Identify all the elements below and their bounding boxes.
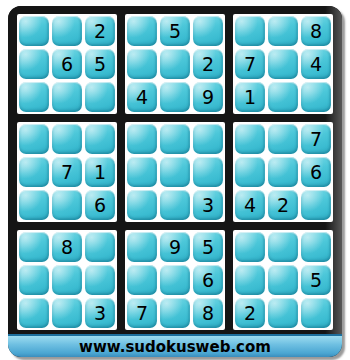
cell-r5c6[interactable]: [193, 157, 223, 187]
cell-r4c7[interactable]: [235, 124, 265, 154]
cell-r9c1[interactable]: [19, 298, 49, 328]
cell-r2c6[interactable]: 2: [193, 49, 223, 79]
box-2-2: 3: [125, 122, 225, 222]
cell-r4c6[interactable]: [193, 124, 223, 154]
cell-r1c5[interactable]: 5: [160, 16, 190, 46]
cell-r3c6[interactable]: 9: [193, 82, 223, 112]
cell-r3c1[interactable]: [19, 82, 49, 112]
cell-r2c7[interactable]: 7: [235, 49, 265, 79]
cell-r3c4[interactable]: 4: [127, 82, 157, 112]
cell-r4c3[interactable]: [85, 124, 115, 154]
cell-r3c2[interactable]: [52, 82, 82, 112]
cell-r4c2[interactable]: [52, 124, 82, 154]
cell-r5c3[interactable]: 1: [85, 157, 115, 187]
box-1-1: 265: [17, 14, 117, 114]
cell-r5c5[interactable]: [160, 157, 190, 187]
cell-r8c7[interactable]: [235, 265, 265, 295]
cell-r9c7[interactable]: 2: [235, 298, 265, 328]
cell-r4c4[interactable]: [127, 124, 157, 154]
cell-r1c2[interactable]: [52, 16, 82, 46]
cell-r9c4[interactable]: 7: [127, 298, 157, 328]
cell-r4c5[interactable]: [160, 124, 190, 154]
cell-r6c1[interactable]: [19, 190, 49, 220]
cell-r3c5[interactable]: [160, 82, 190, 112]
cell-r1c3[interactable]: 2: [85, 16, 115, 46]
cell-r6c2[interactable]: [52, 190, 82, 220]
sudoku-grid: 2655249874171637642839567852: [8, 6, 342, 334]
cell-r6c8[interactable]: 2: [268, 190, 298, 220]
cell-r3c7[interactable]: 1: [235, 82, 265, 112]
cell-r7c2[interactable]: 8: [52, 232, 82, 262]
cell-r3c3[interactable]: [85, 82, 115, 112]
cell-r7c8[interactable]: [268, 232, 298, 262]
cell-r7c9[interactable]: [301, 232, 331, 262]
cell-r7c5[interactable]: 9: [160, 232, 190, 262]
cell-r2c5[interactable]: [160, 49, 190, 79]
cell-r8c4[interactable]: [127, 265, 157, 295]
cell-r8c2[interactable]: [52, 265, 82, 295]
cell-r1c8[interactable]: [268, 16, 298, 46]
cell-r3c8[interactable]: [268, 82, 298, 112]
cell-r4c8[interactable]: [268, 124, 298, 154]
cell-r3c9[interactable]: [301, 82, 331, 112]
cell-r8c5[interactable]: [160, 265, 190, 295]
cell-r7c4[interactable]: [127, 232, 157, 262]
cell-r5c1[interactable]: [19, 157, 49, 187]
cell-r6c4[interactable]: [127, 190, 157, 220]
cell-r8c1[interactable]: [19, 265, 49, 295]
box-3-1: 83: [17, 230, 117, 330]
box-2-3: 7642: [233, 122, 333, 222]
cell-r5c2[interactable]: 7: [52, 157, 82, 187]
cell-r7c6[interactable]: 5: [193, 232, 223, 262]
cell-r2c8[interactable]: [268, 49, 298, 79]
cell-r4c9[interactable]: 7: [301, 124, 331, 154]
cell-r6c7[interactable]: 4: [235, 190, 265, 220]
cell-r9c8[interactable]: [268, 298, 298, 328]
cell-r1c6[interactable]: [193, 16, 223, 46]
cell-r6c6[interactable]: 3: [193, 190, 223, 220]
cell-r1c4[interactable]: [127, 16, 157, 46]
cell-r9c5[interactable]: [160, 298, 190, 328]
cell-r5c7[interactable]: [235, 157, 265, 187]
cell-r8c9[interactable]: 5: [301, 265, 331, 295]
website-url: www.sudokusweb.com: [79, 338, 271, 356]
cell-r9c6[interactable]: 8: [193, 298, 223, 328]
box-1-2: 5249: [125, 14, 225, 114]
cell-r9c9[interactable]: [301, 298, 331, 328]
cell-r8c8[interactable]: [268, 265, 298, 295]
box-3-3: 52: [233, 230, 333, 330]
cell-r9c3[interactable]: 3: [85, 298, 115, 328]
cell-r2c2[interactable]: 6: [52, 49, 82, 79]
cell-r5c4[interactable]: [127, 157, 157, 187]
cell-r6c3[interactable]: 6: [85, 190, 115, 220]
cell-r7c7[interactable]: [235, 232, 265, 262]
box-3-2: 95678: [125, 230, 225, 330]
sudoku-board: 2655249874171637642839567852 www.sudokus…: [8, 6, 342, 357]
cell-r1c9[interactable]: 8: [301, 16, 331, 46]
cell-r1c1[interactable]: [19, 16, 49, 46]
cell-r7c3[interactable]: [85, 232, 115, 262]
cell-r2c1[interactable]: [19, 49, 49, 79]
cell-r5c8[interactable]: [268, 157, 298, 187]
cell-r8c6[interactable]: 6: [193, 265, 223, 295]
cell-r5c9[interactable]: 6: [301, 157, 331, 187]
cell-r4c1[interactable]: [19, 124, 49, 154]
box-2-1: 716: [17, 122, 117, 222]
cell-r6c9[interactable]: [301, 190, 331, 220]
cell-r8c3[interactable]: [85, 265, 115, 295]
cell-r1c7[interactable]: [235, 16, 265, 46]
box-1-3: 8741: [233, 14, 333, 114]
footer-bar: www.sudokusweb.com: [8, 334, 342, 357]
cell-r2c9[interactable]: 4: [301, 49, 331, 79]
cell-r9c2[interactable]: [52, 298, 82, 328]
cell-r2c3[interactable]: 5: [85, 49, 115, 79]
cell-r7c1[interactable]: [19, 232, 49, 262]
page: 2655249874171637642839567852 www.sudokus…: [0, 0, 350, 360]
cell-r2c4[interactable]: [127, 49, 157, 79]
cell-r6c5[interactable]: [160, 190, 190, 220]
